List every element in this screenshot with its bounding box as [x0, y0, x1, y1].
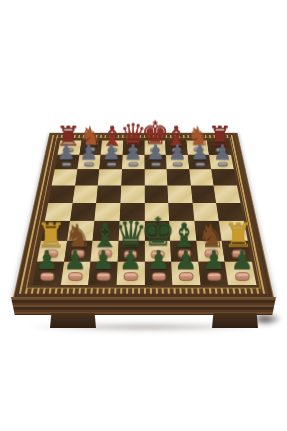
- square-d5[interactable]: [120, 185, 144, 202]
- square-g1[interactable]: ♟: [198, 262, 228, 285]
- black-pawn-glyph: ♟: [146, 144, 165, 163]
- square-c6[interactable]: [98, 169, 122, 185]
- piece-white-pawn-d1[interactable]: ♟: [119, 249, 143, 281]
- white-pawn-glyph: ♟: [91, 249, 115, 273]
- piece-black-pawn-e7[interactable]: ♟: [146, 144, 165, 167]
- square-c7[interactable]: ♟: [99, 155, 122, 170]
- piece-white-pawn-f1[interactable]: ♟: [174, 249, 198, 281]
- square-f1[interactable]: ♟: [171, 262, 200, 285]
- piece-white-pawn-h1[interactable]: ♟: [230, 249, 254, 281]
- square-g7[interactable]: ♟: [188, 155, 212, 170]
- square-f5[interactable]: [167, 185, 192, 202]
- square-c1[interactable]: ♟: [88, 262, 117, 285]
- black-pawn-glyph: ♟: [57, 144, 76, 163]
- black-pawn-glyph: ♟: [191, 144, 210, 163]
- chess-board: ♜♞♝♛♚♝♞♜♟♟♟♟♟♟♟♟♜♞♝♛♚♝♞♜♟♟♟♟♟♟♟♟: [13, 133, 274, 298]
- piece-black-pawn-f7[interactable]: ♟: [168, 144, 187, 167]
- black-pawn-glyph: ♟: [124, 144, 143, 163]
- square-a6[interactable]: [52, 169, 77, 185]
- board-grid: ♜♞♝♛♚♝♞♜♟♟♟♟♟♟♟♟♜♞♝♛♚♝♞♜♟♟♟♟♟♟♟♟: [32, 141, 256, 286]
- piece-black-pawn-d7[interactable]: ♟: [124, 144, 143, 167]
- piece-black-pawn-a7[interactable]: ♟: [57, 144, 76, 167]
- square-d1[interactable]: ♟: [116, 262, 144, 285]
- square-a7[interactable]: ♟: [55, 155, 80, 170]
- piece-black-pawn-c7[interactable]: ♟: [101, 144, 120, 167]
- brass-inlay-border: ♜♞♝♛♚♝♞♜♟♟♟♟♟♟♟♟♜♞♝♛♚♝♞♜♟♟♟♟♟♟♟♟: [19, 135, 268, 294]
- square-f7[interactable]: ♟: [166, 155, 189, 170]
- square-a1[interactable]: ♟: [32, 262, 63, 285]
- white-pawn-glyph: ♟: [174, 249, 198, 273]
- square-f6[interactable]: [167, 169, 191, 185]
- square-h7[interactable]: ♟: [209, 155, 234, 170]
- black-pawn-glyph: ♟: [213, 144, 232, 163]
- square-b5[interactable]: [72, 185, 98, 202]
- square-d6[interactable]: [121, 169, 144, 185]
- photo-canvas: ♜♞♝♛♚♝♞♜♟♟♟♟♟♟♟♟♜♞♝♛♚♝♞♜♟♟♟♟♟♟♟♟: [0, 0, 287, 431]
- black-pawn-glyph: ♟: [79, 144, 98, 163]
- square-b7[interactable]: ♟: [77, 155, 101, 170]
- white-pawn-glyph: ♟: [35, 249, 59, 273]
- square-a5[interactable]: [48, 185, 74, 202]
- piece-white-pawn-g1[interactable]: ♟: [202, 249, 226, 281]
- board-scene: ♜♞♝♛♚♝♞♜♟♟♟♟♟♟♟♟♜♞♝♛♚♝♞♜♟♟♟♟♟♟♟♟: [13, 37, 274, 298]
- square-e1[interactable]: ♟: [144, 262, 172, 285]
- board-foot-right: [212, 313, 258, 328]
- black-pawn-glyph: ♟: [101, 144, 120, 163]
- square-h1[interactable]: ♟: [225, 262, 256, 285]
- piece-white-pawn-e1[interactable]: ♟: [147, 249, 171, 281]
- white-pawn-glyph: ♟: [119, 249, 143, 273]
- square-e6[interactable]: [144, 169, 167, 185]
- square-b1[interactable]: ♟: [60, 262, 90, 285]
- piece-white-pawn-a1[interactable]: ♟: [35, 249, 59, 281]
- piece-black-pawn-h7[interactable]: ♟: [213, 144, 232, 167]
- white-pawn-glyph: ♟: [202, 249, 226, 273]
- board-apron: [11, 297, 276, 315]
- square-e7[interactable]: ♟: [144, 155, 166, 170]
- square-b6[interactable]: [75, 169, 100, 185]
- piece-white-pawn-c1[interactable]: ♟: [91, 249, 115, 281]
- square-c5[interactable]: [96, 185, 121, 202]
- piece-white-pawn-b1[interactable]: ♟: [63, 249, 87, 281]
- piece-black-pawn-b7[interactable]: ♟: [79, 144, 98, 167]
- square-e5[interactable]: [144, 185, 168, 202]
- piece-black-pawn-g7[interactable]: ♟: [191, 144, 210, 167]
- square-d7[interactable]: ♟: [122, 155, 144, 170]
- black-pawn-glyph: ♟: [168, 144, 187, 163]
- white-pawn-glyph: ♟: [230, 249, 254, 273]
- white-pawn-glyph: ♟: [63, 249, 87, 273]
- square-h5[interactable]: [214, 185, 241, 202]
- white-pawn-glyph: ♟: [147, 249, 171, 273]
- square-h6[interactable]: [211, 169, 237, 185]
- square-g6[interactable]: [189, 169, 214, 185]
- inner-wood-frame: ♜♞♝♛♚♝♞♜♟♟♟♟♟♟♟♟♜♞♝♛♚♝♞♜♟♟♟♟♟♟♟♟: [26, 138, 261, 289]
- board-foot-left: [50, 313, 96, 328]
- square-g5[interactable]: [191, 185, 217, 202]
